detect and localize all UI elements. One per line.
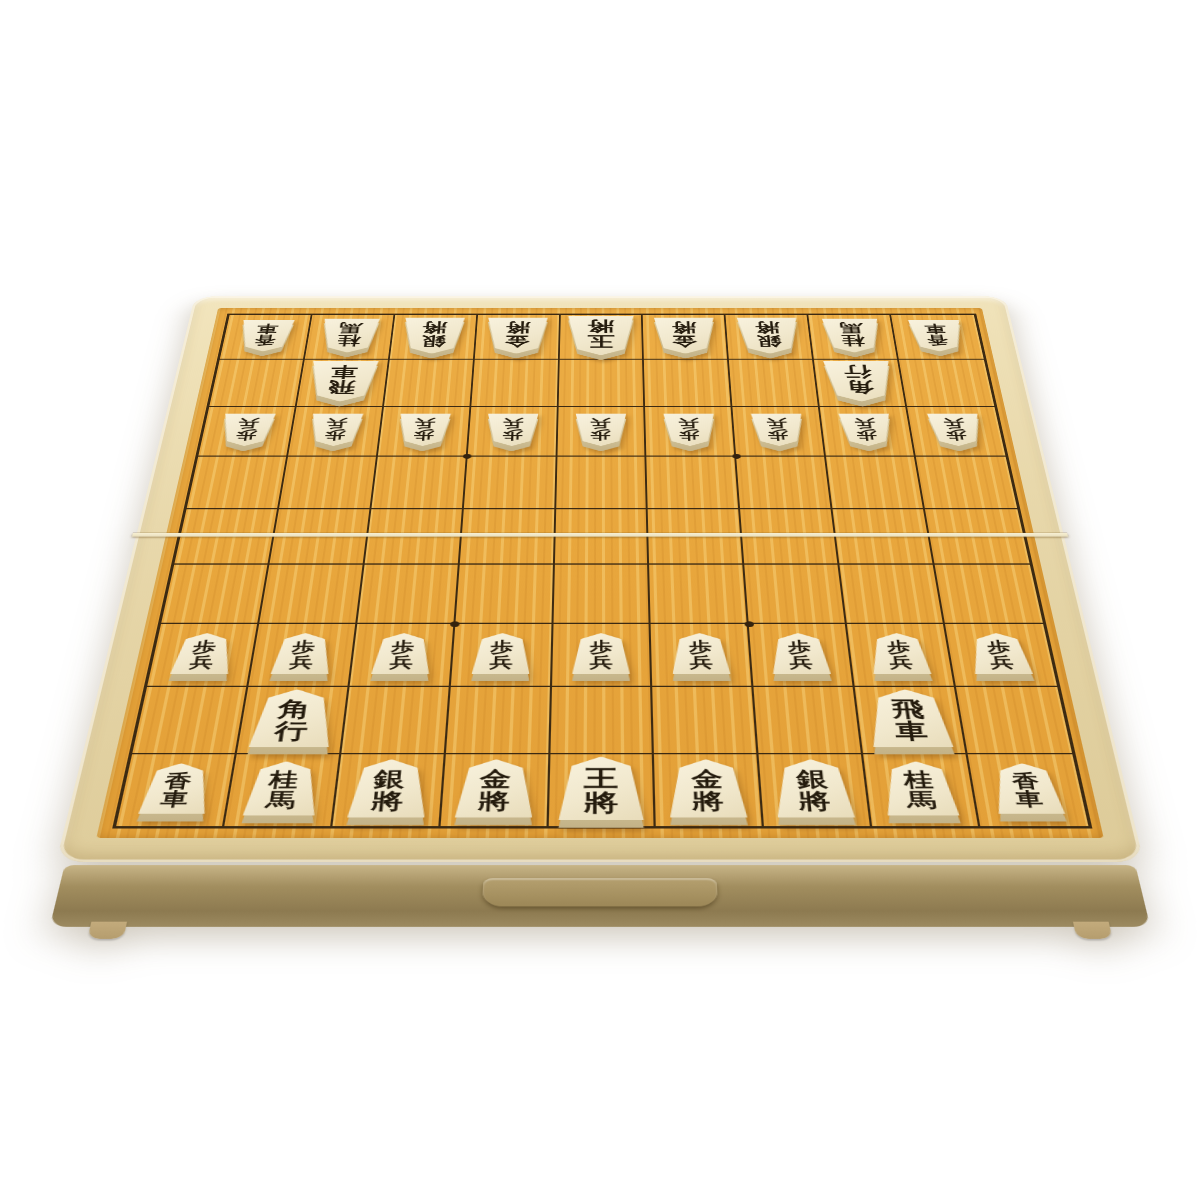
square-6-5[interactable]	[459, 509, 555, 565]
square-9-8[interactable]	[132, 687, 248, 754]
piece-sente-pawn[interactable]: 歩兵	[571, 633, 631, 674]
piece-face: 歩兵	[768, 633, 832, 674]
square-9-1[interactable]: 香車	[220, 315, 313, 360]
piece-kanji-label: 角行	[843, 364, 875, 394]
latch-handle	[482, 878, 718, 906]
piece-sente-rook[interactable]: 飛車	[864, 689, 955, 747]
square-9-2[interactable]	[209, 360, 304, 407]
piece-gote-pawn[interactable]: 歩兵	[750, 414, 806, 446]
square-3-2[interactable]	[729, 360, 820, 407]
piece-kanji-label: 香車	[253, 323, 279, 346]
square-8-9[interactable]: 桂馬	[224, 754, 341, 826]
piece-gote-silver[interactable]: 銀將	[736, 318, 802, 354]
square-9-4[interactable]	[187, 456, 288, 509]
square-7-5[interactable]	[364, 509, 463, 565]
square-8-8[interactable]: 角行	[237, 687, 350, 754]
square-6-9[interactable]: 金將	[440, 754, 550, 826]
piece-kanji-label: 玉將	[587, 319, 615, 349]
square-3-6[interactable]	[745, 565, 847, 624]
piece-gote-bishop[interactable]: 角行	[822, 361, 897, 402]
piece-kanji-label: 飛車	[890, 699, 929, 742]
square-2-9[interactable]: 桂馬	[863, 754, 980, 826]
square-7-4[interactable]	[371, 456, 467, 509]
piece-kanji-label: 歩兵	[489, 640, 514, 670]
piece-sente-lance[interactable]: 香車	[137, 763, 215, 814]
square-6-1[interactable]: 金將	[474, 315, 560, 360]
piece-kanji-label: 銀將	[755, 321, 782, 348]
piece-face: 歩兵	[571, 633, 631, 674]
piece-face: 歩兵	[867, 633, 933, 674]
piece-face: 飛車	[864, 689, 955, 747]
piece-gote-rook[interactable]: 飛車	[305, 361, 380, 402]
piece-gote-pawn[interactable]: 歩兵	[574, 414, 628, 446]
square-1-6[interactable]	[935, 565, 1043, 624]
piece-gote-pawn[interactable]: 歩兵	[485, 414, 540, 446]
square-4-1[interactable]: 金將	[643, 315, 729, 360]
piece-face: 桂馬	[879, 761, 961, 815]
square-4-2[interactable]	[644, 360, 732, 407]
piece-kanji-label: 香車	[1010, 772, 1044, 809]
piece-sente-pawn[interactable]: 歩兵	[670, 633, 732, 674]
square-8-6[interactable]	[259, 565, 364, 624]
square-7-2[interactable]	[384, 360, 475, 407]
piece-kanji-label: 歩兵	[289, 640, 316, 670]
piece-kanji-label: 歩兵	[787, 640, 813, 670]
piece-sente-bishop[interactable]: 角行	[247, 689, 338, 747]
piece-kanji-label: 桂馬	[265, 770, 300, 810]
piece-face: 銀將	[771, 759, 856, 817]
square-1-2[interactable]	[899, 360, 994, 407]
piece-sente-silver[interactable]: 銀將	[771, 759, 856, 817]
piece-kanji-label: 銀將	[420, 321, 447, 348]
square-7-7[interactable]: 歩兵	[349, 624, 455, 687]
square-1-1[interactable]: 香車	[891, 315, 984, 360]
piece-kanji-label: 金將	[672, 321, 698, 348]
piece-sente-king[interactable]: 王將	[557, 757, 646, 820]
piece-gote-king[interactable]: 玉將	[566, 316, 636, 355]
square-5-5[interactable]	[554, 509, 649, 565]
piece-gote-gold[interactable]: 金將	[485, 318, 549, 354]
piece-kanji-label: 金將	[478, 769, 511, 812]
board-front-side	[50, 865, 1151, 927]
piece-kanji-label: 桂馬	[902, 770, 937, 810]
piece-face: 香車	[137, 763, 215, 814]
piece-sente-gold[interactable]: 金將	[453, 759, 535, 817]
piece-gote-lance[interactable]: 香車	[236, 320, 296, 351]
board-foot-right	[1073, 922, 1112, 939]
piece-kanji-label: 香車	[159, 772, 193, 809]
piece-kanji-label: 歩兵	[854, 417, 878, 440]
square-8-1[interactable]: 桂馬	[305, 315, 395, 360]
square-4-4[interactable]	[647, 456, 741, 509]
piece-sente-lance[interactable]: 香車	[988, 763, 1066, 814]
square-1-7[interactable]: 歩兵	[945, 624, 1057, 687]
square-8-5[interactable]	[269, 509, 371, 565]
piece-kanji-label: 桂馬	[839, 322, 866, 347]
square-2-1[interactable]: 桂馬	[808, 315, 898, 360]
piece-face: 金將	[667, 759, 749, 817]
square-6-8[interactable]	[445, 687, 551, 754]
piece-sente-silver[interactable]: 銀將	[346, 759, 431, 817]
shogi-board: 香車桂馬銀將金將玉將金將銀將桂馬香車飛車角行歩兵歩兵歩兵歩兵歩兵歩兵歩兵歩兵歩兵…	[40, 296, 1160, 926]
square-2-6[interactable]	[840, 565, 945, 624]
piece-sente-pawn[interactable]: 歩兵	[867, 633, 933, 674]
square-7-9[interactable]: 銀將	[332, 754, 445, 826]
piece-gote-lance[interactable]: 香車	[907, 320, 967, 351]
piece-sente-pawn[interactable]: 歩兵	[470, 633, 532, 674]
square-5-4[interactable]	[556, 456, 648, 509]
piece-kanji-label: 金將	[691, 769, 725, 812]
square-1-3[interactable]: 歩兵	[907, 407, 1005, 457]
square-5-8[interactable]	[550, 687, 654, 754]
piece-kanji-label: 歩兵	[589, 640, 612, 670]
piece-gote-pawn[interactable]: 歩兵	[837, 414, 895, 446]
piece-kanji-label: 歩兵	[235, 417, 260, 440]
board-frame: 香車桂馬銀將金將玉將金將銀將桂馬香車飛車角行歩兵歩兵歩兵歩兵歩兵歩兵歩兵歩兵歩兵…	[56, 296, 1144, 862]
square-4-8[interactable]	[653, 687, 759, 754]
photo-scene: 香車桂馬銀將金將玉將金將銀將桂馬香車飛車角行歩兵歩兵歩兵歩兵歩兵歩兵歩兵歩兵歩兵…	[0, 0, 1200, 1200]
piece-face: 銀將	[346, 759, 431, 817]
piece-kanji-label: 飛車	[327, 364, 359, 394]
square-1-5[interactable]	[925, 509, 1030, 565]
square-4-6[interactable]	[650, 565, 750, 624]
fold-hinge-seam	[132, 533, 1068, 537]
square-2-7[interactable]: 歩兵	[847, 624, 956, 687]
piece-kanji-label: 歩兵	[389, 640, 415, 670]
piece-face: 香車	[988, 763, 1066, 814]
piece-face: 歩兵	[966, 633, 1034, 674]
piece-sente-pawn[interactable]: 歩兵	[768, 633, 832, 674]
piece-kanji-label: 桂馬	[337, 322, 364, 347]
piece-kanji-label: 歩兵	[943, 417, 968, 440]
square-8-4[interactable]	[279, 456, 378, 509]
piece-kanji-label: 歩兵	[502, 417, 524, 440]
square-8-2[interactable]: 飛車	[296, 360, 389, 407]
piece-kanji-label: 歩兵	[188, 640, 217, 670]
piece-face: 歩兵	[370, 633, 434, 674]
square-2-8[interactable]: 飛車	[855, 687, 968, 754]
square-6-4[interactable]	[463, 456, 557, 509]
piece-gote-pawn[interactable]: 歩兵	[396, 414, 452, 446]
square-3-5[interactable]	[740, 509, 839, 565]
square-3-1[interactable]: 銀將	[726, 315, 814, 360]
piece-sente-knight[interactable]: 桂馬	[241, 761, 323, 815]
piece-gote-pawn[interactable]: 歩兵	[926, 414, 986, 446]
square-3-9[interactable]: 銀將	[759, 754, 872, 826]
board-foot-left	[88, 922, 127, 939]
square-5-6[interactable]	[553, 565, 651, 624]
piece-sente-gold[interactable]: 金將	[667, 759, 749, 817]
square-3-8[interactable]	[754, 687, 864, 754]
piece-kanji-label: 歩兵	[678, 417, 700, 440]
piece-kanji-label: 歩兵	[886, 640, 914, 670]
square-2-3[interactable]: 歩兵	[820, 407, 916, 457]
piece-face: 角行	[247, 689, 338, 747]
square-1-4[interactable]	[916, 456, 1017, 509]
square-7-1[interactable]: 銀將	[390, 315, 478, 360]
piece-sente-pawn[interactable]: 歩兵	[370, 633, 434, 674]
square-6-2[interactable]	[471, 360, 559, 407]
square-9-6[interactable]	[161, 565, 269, 624]
piece-sente-pawn[interactable]: 歩兵	[269, 633, 335, 674]
piece-gote-knight[interactable]: 桂馬	[821, 319, 884, 353]
piece-gote-gold[interactable]: 金將	[653, 318, 717, 354]
piece-kanji-label: 歩兵	[324, 417, 348, 440]
square-3-7[interactable]: 歩兵	[749, 624, 855, 687]
square-1-8[interactable]	[956, 687, 1072, 754]
piece-face: 桂馬	[241, 761, 323, 815]
square-8-3[interactable]: 歩兵	[288, 407, 384, 457]
square-7-6[interactable]	[357, 565, 459, 624]
square-2-4[interactable]	[826, 456, 925, 509]
piece-kanji-label: 角行	[273, 699, 312, 742]
square-4-3[interactable]: 歩兵	[645, 407, 736, 457]
square-9-9[interactable]: 香車	[116, 754, 236, 826]
piece-kanji-label: 歩兵	[766, 417, 789, 440]
square-9-7[interactable]: 歩兵	[147, 624, 259, 687]
piece-kanji-label: 王將	[584, 767, 619, 815]
square-5-2[interactable]	[558, 360, 645, 407]
piece-gote-silver[interactable]: 銀將	[400, 318, 466, 354]
piece-kanji-label: 歩兵	[591, 417, 612, 440]
square-4-7[interactable]: 歩兵	[651, 624, 754, 687]
piece-face: 歩兵	[670, 633, 732, 674]
piece-sente-pawn[interactable]: 歩兵	[169, 633, 237, 674]
square-9-5[interactable]	[174, 509, 279, 565]
square-8-7[interactable]: 歩兵	[248, 624, 357, 687]
piece-sente-knight[interactable]: 桂馬	[879, 761, 961, 815]
piece-face: 金將	[453, 759, 535, 817]
piece-face: 歩兵	[470, 633, 532, 674]
square-1-9[interactable]: 香車	[968, 754, 1089, 826]
square-7-8[interactable]	[341, 687, 450, 754]
piece-gote-pawn[interactable]: 歩兵	[662, 414, 717, 446]
square-2-2[interactable]: 角行	[814, 360, 907, 407]
square-5-3[interactable]: 歩兵	[557, 407, 647, 457]
star-point	[744, 621, 754, 627]
square-4-9[interactable]: 金將	[654, 754, 764, 826]
board-grid: 香車桂馬銀將金將玉將金將銀將桂馬香車飛車角行歩兵歩兵歩兵歩兵歩兵歩兵歩兵歩兵歩兵…	[112, 314, 1092, 829]
square-4-5[interactable]	[648, 509, 745, 565]
piece-kanji-label: 歩兵	[688, 640, 713, 670]
piece-kanji-label: 香車	[924, 323, 950, 346]
piece-kanji-label: 金將	[504, 321, 530, 348]
piece-gote-knight[interactable]: 桂馬	[318, 319, 381, 353]
piece-kanji-label: 歩兵	[413, 417, 436, 440]
star-point	[732, 454, 741, 459]
piece-kanji-label: 銀將	[371, 769, 407, 812]
square-2-5[interactable]	[833, 509, 935, 565]
square-6-7[interactable]: 歩兵	[450, 624, 553, 687]
piece-gote-pawn[interactable]: 歩兵	[217, 414, 277, 446]
square-6-6[interactable]	[455, 565, 554, 624]
piece-kanji-label: 銀將	[796, 769, 832, 812]
square-9-3[interactable]: 歩兵	[198, 407, 296, 457]
piece-face: 歩兵	[269, 633, 335, 674]
piece-sente-pawn[interactable]: 歩兵	[966, 633, 1034, 674]
square-7-3[interactable]: 歩兵	[378, 407, 471, 457]
square-6-3[interactable]: 歩兵	[467, 407, 558, 457]
square-5-7[interactable]: 歩兵	[552, 624, 653, 687]
piece-gote-pawn[interactable]: 歩兵	[307, 414, 365, 446]
piece-face: 歩兵	[169, 633, 237, 674]
board-wood-surface: 香車桂馬銀將金將玉將金將銀將桂馬香車飛車角行歩兵歩兵歩兵歩兵歩兵歩兵歩兵歩兵歩兵…	[96, 308, 1103, 838]
square-3-3[interactable]: 歩兵	[733, 407, 826, 457]
piece-face: 王將	[557, 757, 646, 820]
square-5-1[interactable]: 玉將	[559, 315, 644, 360]
piece-kanji-label: 歩兵	[986, 640, 1015, 670]
square-5-9[interactable]: 王將	[548, 754, 656, 826]
square-3-4[interactable]	[736, 456, 832, 509]
